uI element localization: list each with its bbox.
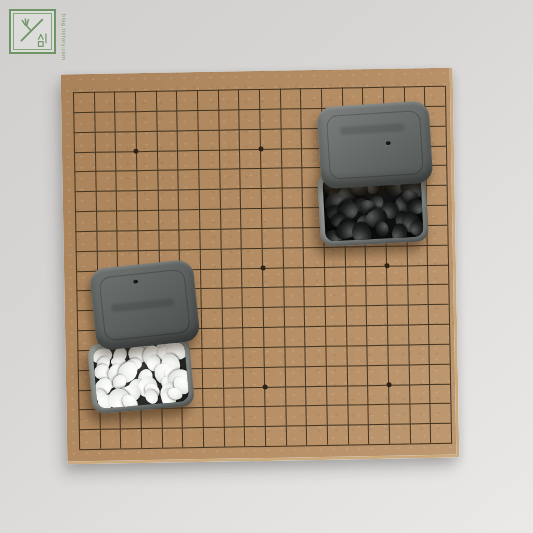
grid-cell — [218, 129, 239, 149]
grid-cell — [261, 208, 282, 228]
grid-cell — [140, 408, 161, 428]
grid-cell — [283, 267, 304, 287]
grid-cell — [407, 284, 428, 304]
grid-cell — [326, 385, 347, 405]
grid-cell — [261, 188, 282, 208]
grid-cell — [239, 129, 260, 149]
grid-cell — [368, 404, 389, 424]
black-go-stone — [409, 219, 424, 236]
grid-cell — [220, 208, 241, 228]
grid-cell — [94, 92, 115, 112]
grid-cell — [347, 424, 368, 444]
grid-cell — [325, 306, 346, 326]
grid-cell — [201, 348, 222, 368]
grid-cell — [135, 91, 156, 111]
grid-cell — [240, 208, 261, 228]
grid-cell — [408, 324, 429, 344]
grid-cell — [177, 130, 198, 150]
grid-cell — [222, 367, 243, 387]
grid-cell — [156, 110, 177, 130]
grid-cell — [284, 366, 305, 386]
grid-cell — [300, 88, 321, 108]
grid-cell — [78, 409, 99, 429]
grid-cell — [220, 248, 241, 268]
grid-cell — [346, 325, 367, 345]
grid-cell — [261, 227, 282, 247]
grid-cell — [388, 384, 409, 404]
grid-cell — [304, 326, 325, 346]
grid-cell — [73, 92, 94, 112]
grid-cell — [161, 408, 182, 428]
grid-cell — [95, 171, 116, 191]
grid-cell — [387, 344, 408, 364]
grid-cell — [157, 150, 178, 170]
grid-cell — [240, 188, 261, 208]
grid-cell — [263, 307, 284, 327]
grid-cell — [426, 205, 447, 225]
grid-cell — [177, 150, 198, 170]
grid-cell — [120, 428, 141, 448]
grid-cell — [117, 230, 138, 250]
grid-cell — [280, 108, 301, 128]
grid-cell — [347, 404, 368, 424]
grid-cell — [219, 169, 240, 189]
grid-cell — [115, 111, 136, 131]
grid-cell — [199, 229, 220, 249]
grid-cell — [429, 363, 450, 383]
grid-cell — [116, 190, 137, 210]
grid-cell — [197, 110, 218, 130]
grid-cell — [202, 387, 223, 407]
grid-cell — [176, 90, 197, 110]
grid-cell — [407, 265, 428, 285]
grid-cell — [365, 265, 386, 285]
white-lid-vent-hole — [133, 279, 138, 284]
grid-cell — [260, 168, 281, 188]
grid-cell — [262, 267, 283, 287]
grid-cell — [321, 88, 342, 108]
grid-cell — [74, 132, 95, 152]
grid-cell — [409, 403, 430, 423]
grid-cell — [388, 364, 409, 384]
grid-cell — [303, 266, 324, 286]
grid-cell — [305, 385, 326, 405]
grid-cell — [386, 265, 407, 285]
grid-cell — [259, 89, 280, 109]
grid-cell — [426, 185, 447, 205]
grid-cell — [346, 345, 367, 365]
grid-cell — [428, 324, 449, 344]
white-bowl-lid — [89, 259, 201, 351]
grid-cell — [305, 366, 326, 386]
grid-cell — [406, 245, 427, 265]
grid-cell — [200, 268, 221, 288]
grid-cell — [324, 246, 345, 266]
grid-cell — [324, 266, 345, 286]
grid-cell — [218, 89, 239, 109]
grid-cell — [79, 429, 100, 449]
grid-cell — [179, 229, 200, 249]
grid-cell — [242, 307, 263, 327]
grid-cell — [387, 305, 408, 325]
grid-cell — [347, 385, 368, 405]
grid-cell — [263, 327, 284, 347]
grid-cell — [243, 367, 264, 387]
grid-cell — [158, 229, 179, 249]
grid-cell — [136, 130, 157, 150]
grid-cell — [157, 170, 178, 190]
grid-cell — [306, 405, 327, 425]
grid-cell — [285, 386, 306, 406]
grid-cell — [95, 151, 116, 171]
grid-cell — [178, 169, 199, 189]
grid-cell — [115, 151, 136, 171]
grid-cell — [345, 285, 366, 305]
grid-cell — [218, 109, 239, 129]
grid-cell — [281, 168, 302, 188]
grid-cell — [282, 207, 303, 227]
grid-cell — [429, 383, 450, 403]
grid-cell — [281, 148, 302, 168]
grid-cell — [325, 326, 346, 346]
black-go-stone — [374, 221, 389, 238]
grid-cell — [95, 191, 116, 211]
grid-cell — [222, 327, 243, 347]
grid-cell — [368, 424, 389, 444]
grid-cell — [223, 387, 244, 407]
grid-cell — [429, 344, 450, 364]
grid-cell — [223, 426, 244, 446]
grid-cell — [198, 129, 219, 149]
grid-cell — [74, 171, 95, 191]
grid-cell — [389, 424, 410, 444]
grid-cell — [75, 191, 96, 211]
grid-cell — [262, 287, 283, 307]
grid-cell — [239, 109, 260, 129]
grid-cell — [366, 325, 387, 345]
grid-cell — [202, 367, 223, 387]
grid-cell — [239, 148, 260, 168]
grid-cell — [178, 189, 199, 209]
grid-cell — [259, 108, 280, 128]
grid-cell — [135, 111, 156, 131]
grid-cell — [346, 365, 367, 385]
grid-cell — [197, 90, 218, 110]
grid-cell — [137, 210, 158, 230]
grid-cell — [73, 112, 94, 132]
watermark-logo-frame — [9, 9, 56, 54]
watermark: blog.tistory.com — [9, 9, 69, 61]
grid-cell — [94, 111, 115, 131]
grid-cell — [409, 384, 430, 404]
grid-cell — [260, 148, 281, 168]
grid-cell — [161, 428, 182, 448]
grid-cell — [96, 210, 117, 230]
grid-cell — [156, 130, 177, 150]
grid-cell — [116, 170, 137, 190]
grid-cell — [344, 246, 365, 266]
grid-cell — [182, 407, 203, 427]
grid-cell — [283, 287, 304, 307]
grid-cell — [178, 209, 199, 229]
grid-cell — [366, 305, 387, 325]
black-bowl-lid — [317, 101, 434, 190]
grid-cell — [386, 245, 407, 265]
black-lid-vent-hole — [386, 141, 391, 145]
grid-cell — [428, 284, 449, 304]
grid-cell — [345, 305, 366, 325]
grid-cell — [409, 423, 430, 443]
grid-cell — [282, 247, 303, 267]
grid-cell — [283, 306, 304, 326]
grid-cell — [182, 427, 203, 447]
grid-cell — [386, 285, 407, 305]
grid-cell — [201, 308, 222, 328]
grid-cell — [116, 210, 137, 230]
grid-cell — [430, 403, 451, 423]
grid-cell — [74, 151, 95, 171]
grid-cell — [221, 268, 242, 288]
grid-cell — [238, 89, 259, 109]
grid-cell — [76, 251, 97, 271]
grid-cell — [158, 209, 179, 229]
grid-cell — [220, 228, 241, 248]
grid-cell — [200, 248, 221, 268]
grid-cell — [75, 211, 96, 231]
grid-cell — [407, 304, 428, 324]
grid-cell — [285, 425, 306, 445]
hangul-shim-glyph — [36, 33, 49, 48]
grid-cell — [365, 245, 386, 265]
grid-cell — [219, 149, 240, 169]
grid-cell — [424, 86, 445, 106]
grid-cell — [280, 88, 301, 108]
grid-cell — [137, 230, 158, 250]
grid-cell — [303, 247, 324, 267]
grid-cell — [177, 110, 198, 130]
grid-cell — [115, 131, 136, 151]
grid-cell — [198, 149, 219, 169]
white-bowl-interior — [92, 341, 189, 409]
grid-cell — [223, 407, 244, 427]
photo-scene: blog.tistory.com — [0, 0, 533, 533]
grid-cell — [241, 248, 262, 268]
grid-cell — [260, 128, 281, 148]
grid-cell — [201, 328, 222, 348]
grid-cell — [263, 346, 284, 366]
grid-cell — [199, 209, 220, 229]
grid-cell — [141, 428, 162, 448]
grid-cell — [94, 131, 115, 151]
grid-cell — [219, 188, 240, 208]
grid-cell — [243, 386, 264, 406]
watermark-url: blog.tistory.com — [61, 14, 67, 62]
grid-cell — [264, 406, 285, 426]
grid-cell — [156, 90, 177, 110]
grid-cell — [427, 244, 448, 264]
grid-cell — [199, 189, 220, 209]
black-lid-groove — [326, 110, 424, 180]
grid-cell — [326, 405, 347, 425]
grid-cell — [244, 426, 265, 446]
grid-cell — [222, 347, 243, 367]
grid-cell — [305, 346, 326, 366]
grid-cell — [282, 227, 303, 247]
grid-cell — [304, 286, 325, 306]
grid-cell — [428, 304, 449, 324]
grid-cell — [326, 365, 347, 385]
grid-cell — [241, 228, 262, 248]
grid-cell — [264, 386, 285, 406]
grid-cell — [262, 247, 283, 267]
grid-cell — [387, 324, 408, 344]
grid-cell — [244, 406, 265, 426]
grid-cell — [221, 307, 242, 327]
grid-cell — [367, 364, 388, 384]
grid-cell — [345, 266, 366, 286]
grid-cell — [198, 169, 219, 189]
grid-cell — [136, 150, 157, 170]
grid-cell — [96, 230, 117, 250]
grid-cell — [427, 264, 448, 284]
grid-cell — [265, 426, 286, 446]
grid-cell — [243, 347, 264, 367]
grid-cell — [241, 267, 262, 287]
grid-cell — [367, 384, 388, 404]
grid-cell — [408, 344, 429, 364]
grid-cell — [221, 288, 242, 308]
grid-cell — [200, 288, 221, 308]
grid-cell — [427, 225, 448, 245]
grid-cell — [284, 346, 305, 366]
grid-cell — [325, 345, 346, 365]
grid-cell — [137, 190, 158, 210]
grid-cell — [285, 406, 306, 426]
grid-cell — [366, 285, 387, 305]
grid-cell — [203, 427, 224, 447]
go-board — [61, 68, 460, 465]
grid-cell — [304, 306, 325, 326]
grid-cell — [324, 286, 345, 306]
grid-cell — [242, 327, 263, 347]
grid-cell — [280, 128, 301, 148]
grid-cell — [99, 429, 120, 449]
grid-cell — [430, 423, 451, 443]
grid-cell — [327, 425, 348, 445]
grid-cell — [157, 190, 178, 210]
grid-cell — [114, 91, 135, 111]
grid-cell — [75, 231, 96, 251]
grid-cell — [202, 407, 223, 427]
grid-cell — [264, 366, 285, 386]
grid-cell — [242, 287, 263, 307]
grid-cell — [136, 170, 157, 190]
grid-cell — [240, 168, 261, 188]
grid-cell — [408, 364, 429, 384]
grid-cell — [388, 404, 409, 424]
grid-cell — [281, 187, 302, 207]
grid-cell — [306, 425, 327, 445]
grid-cell — [284, 326, 305, 346]
grid-cell — [367, 345, 388, 365]
